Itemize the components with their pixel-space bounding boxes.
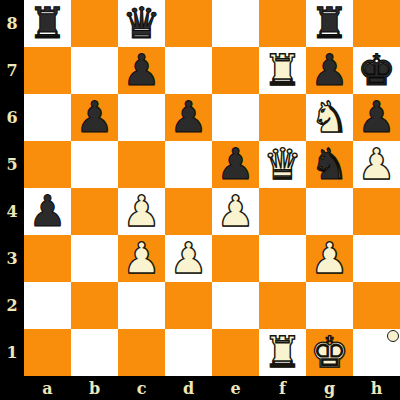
square-b7[interactable] xyxy=(71,47,118,94)
square-f1[interactable]: ♜ xyxy=(259,329,306,376)
rank-label-6: 6 xyxy=(0,94,24,141)
piece-white-pawn-d3[interactable]: ♟ xyxy=(169,237,208,280)
square-b2[interactable] xyxy=(71,282,118,329)
file-label-d: d xyxy=(165,376,212,400)
rank-label-7: 7 xyxy=(0,47,24,94)
piece-white-knight-g6[interactable]: ♞ xyxy=(310,96,349,139)
piece-black-pawn-d6[interactable]: ♟ xyxy=(169,96,208,139)
piece-white-rook-f7[interactable]: ♜ xyxy=(263,49,302,92)
square-h5[interactable]: ♟ xyxy=(353,141,400,188)
file-label-f: f xyxy=(259,376,306,400)
piece-black-rook-a8[interactable]: ♜ xyxy=(28,2,67,45)
square-g2[interactable] xyxy=(306,282,353,329)
piece-black-rook-g8[interactable]: ♜ xyxy=(310,2,349,45)
square-a3[interactable] xyxy=(24,235,71,282)
chess-board: 8♜♛♜7♟♜♟♚6♟♟♞♟5♟♛♞♟4♟♟♟3♟♟♟21♜♚abcdefgh xyxy=(0,0,400,400)
file-label-g: g xyxy=(306,376,353,400)
piece-white-pawn-c4[interactable]: ♟ xyxy=(122,190,161,233)
file-label-a: a xyxy=(24,376,71,400)
square-e8[interactable] xyxy=(212,0,259,47)
square-e5[interactable]: ♟ xyxy=(212,141,259,188)
piece-black-pawn-e5[interactable]: ♟ xyxy=(216,143,255,186)
rank-label-4: 4 xyxy=(0,188,24,235)
file-label-b: b xyxy=(71,376,118,400)
piece-black-pawn-h6[interactable]: ♟ xyxy=(357,96,396,139)
piece-black-pawn-c7[interactable]: ♟ xyxy=(122,49,161,92)
square-f3[interactable] xyxy=(259,235,306,282)
piece-white-queen-f5[interactable]: ♛ xyxy=(263,143,302,186)
square-c8[interactable]: ♛ xyxy=(118,0,165,47)
square-g8[interactable]: ♜ xyxy=(306,0,353,47)
file-label-e: e xyxy=(212,376,259,400)
square-g5[interactable]: ♞ xyxy=(306,141,353,188)
square-h2[interactable] xyxy=(353,282,400,329)
square-c6[interactable] xyxy=(118,94,165,141)
rank-label-1: 1 xyxy=(0,329,24,376)
square-a1[interactable] xyxy=(24,329,71,376)
square-c7[interactable]: ♟ xyxy=(118,47,165,94)
square-d2[interactable] xyxy=(165,282,212,329)
square-d6[interactable]: ♟ xyxy=(165,94,212,141)
square-g4[interactable] xyxy=(306,188,353,235)
piece-white-pawn-g3[interactable]: ♟ xyxy=(310,237,349,280)
square-a2[interactable] xyxy=(24,282,71,329)
square-d5[interactable] xyxy=(165,141,212,188)
square-g6[interactable]: ♞ xyxy=(306,94,353,141)
square-e1[interactable] xyxy=(212,329,259,376)
square-a4[interactable]: ♟ xyxy=(24,188,71,235)
square-a6[interactable] xyxy=(24,94,71,141)
white-to-move-indicator-dot xyxy=(387,330,399,342)
square-e4[interactable]: ♟ xyxy=(212,188,259,235)
square-c4[interactable]: ♟ xyxy=(118,188,165,235)
square-e3[interactable] xyxy=(212,235,259,282)
piece-white-pawn-h5[interactable]: ♟ xyxy=(357,143,396,186)
file-label-h: h xyxy=(353,376,400,400)
square-d8[interactable] xyxy=(165,0,212,47)
square-f5[interactable]: ♛ xyxy=(259,141,306,188)
square-h7[interactable]: ♚ xyxy=(353,47,400,94)
square-a8[interactable]: ♜ xyxy=(24,0,71,47)
square-f4[interactable] xyxy=(259,188,306,235)
square-e7[interactable] xyxy=(212,47,259,94)
square-b6[interactable]: ♟ xyxy=(71,94,118,141)
piece-white-king-g1[interactable]: ♚ xyxy=(310,331,349,374)
square-f6[interactable] xyxy=(259,94,306,141)
piece-white-pawn-e4[interactable]: ♟ xyxy=(216,190,255,233)
square-e6[interactable] xyxy=(212,94,259,141)
chess-puzzle-screenshot: 8♜♛♜7♟♜♟♚6♟♟♞♟5♟♛♞♟4♟♟♟3♟♟♟21♜♚abcdefgh xyxy=(0,0,400,400)
piece-black-pawn-g7[interactable]: ♟ xyxy=(310,49,349,92)
square-b3[interactable] xyxy=(71,235,118,282)
square-h4[interactable] xyxy=(353,188,400,235)
square-b1[interactable] xyxy=(71,329,118,376)
square-b5[interactable] xyxy=(71,141,118,188)
piece-black-queen-c8[interactable]: ♛ xyxy=(122,2,161,45)
rank-label-3: 3 xyxy=(0,235,24,282)
file-label-c: c xyxy=(118,376,165,400)
square-c2[interactable] xyxy=(118,282,165,329)
board-corner xyxy=(0,376,24,400)
piece-white-pawn-c3[interactable]: ♟ xyxy=(122,237,161,280)
square-b8[interactable] xyxy=(71,0,118,47)
square-f8[interactable] xyxy=(259,0,306,47)
square-a5[interactable] xyxy=(24,141,71,188)
square-c3[interactable]: ♟ xyxy=(118,235,165,282)
piece-black-knight-g5[interactable]: ♞ xyxy=(310,143,349,186)
rank-label-8: 8 xyxy=(0,0,24,47)
square-g1[interactable]: ♚ xyxy=(306,329,353,376)
square-h8[interactable] xyxy=(353,0,400,47)
piece-white-rook-f1[interactable]: ♜ xyxy=(263,331,302,374)
square-d1[interactable] xyxy=(165,329,212,376)
square-f2[interactable] xyxy=(259,282,306,329)
rank-label-5: 5 xyxy=(0,141,24,188)
square-h6[interactable]: ♟ xyxy=(353,94,400,141)
piece-black-king-h7[interactable]: ♚ xyxy=(357,49,396,92)
square-f7[interactable]: ♜ xyxy=(259,47,306,94)
rank-label-2: 2 xyxy=(0,282,24,329)
square-b4[interactable] xyxy=(71,188,118,235)
square-g7[interactable]: ♟ xyxy=(306,47,353,94)
square-d7[interactable] xyxy=(165,47,212,94)
square-c1[interactable] xyxy=(118,329,165,376)
square-g3[interactable]: ♟ xyxy=(306,235,353,282)
square-c5[interactable] xyxy=(118,141,165,188)
piece-black-pawn-b6[interactable]: ♟ xyxy=(75,96,114,139)
square-d3[interactable]: ♟ xyxy=(165,235,212,282)
piece-black-pawn-a4[interactable]: ♟ xyxy=(28,190,67,233)
square-h3[interactable] xyxy=(353,235,400,282)
square-e2[interactable] xyxy=(212,282,259,329)
square-d4[interactable] xyxy=(165,188,212,235)
square-a7[interactable] xyxy=(24,47,71,94)
